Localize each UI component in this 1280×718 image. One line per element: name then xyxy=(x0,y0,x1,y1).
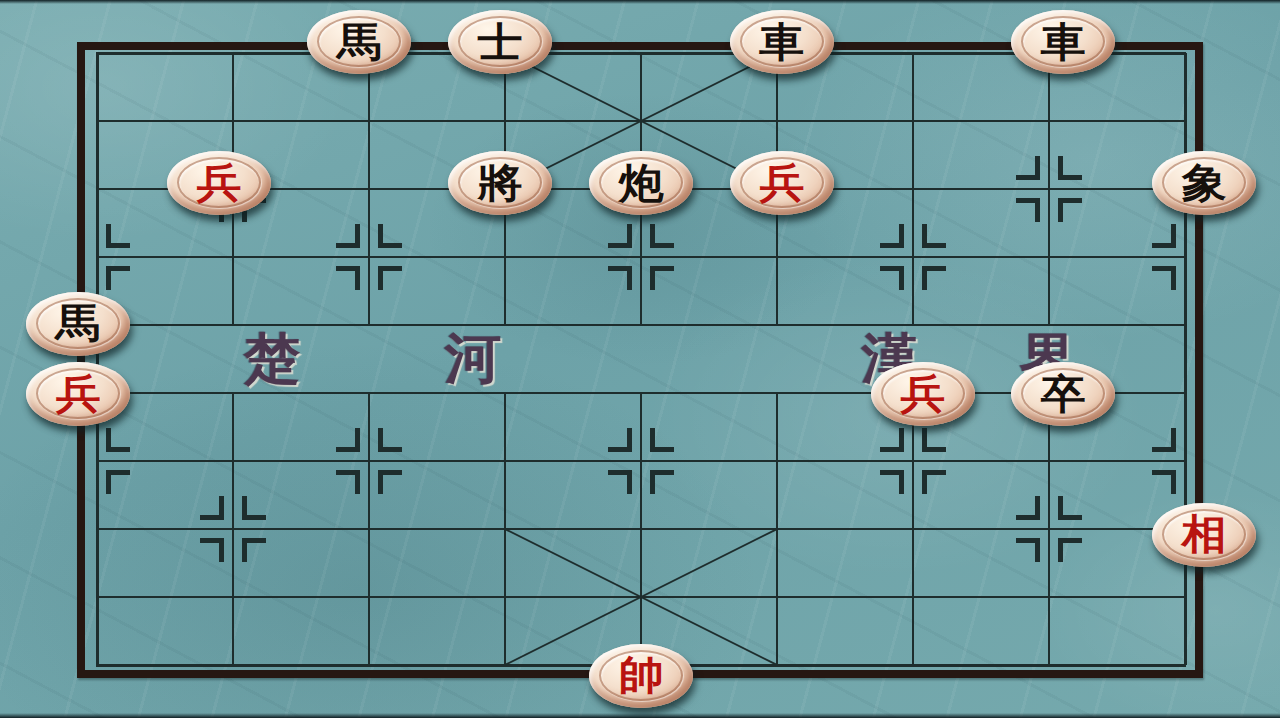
point-marker-corner xyxy=(880,266,904,290)
piece-character: 象 xyxy=(1182,162,1227,203)
point-marker-corner xyxy=(1152,428,1176,452)
point-marker-corner xyxy=(242,538,266,562)
point-marker-corner xyxy=(608,266,632,290)
black-advisor-piece[interactable]: 士 xyxy=(448,10,552,74)
grid-vline xyxy=(1184,53,1187,665)
piece-character: 兵 xyxy=(759,162,804,203)
point-marker-corner xyxy=(1058,496,1082,520)
point-marker-corner xyxy=(880,224,904,248)
point-marker-corner xyxy=(1016,156,1040,180)
point-marker-corner xyxy=(1152,470,1176,494)
point-marker-corner xyxy=(378,428,402,452)
point-marker-corner xyxy=(106,266,130,290)
point-marker-corner xyxy=(650,428,674,452)
point-marker-corner xyxy=(336,428,360,452)
piece-character: 帥 xyxy=(619,655,664,696)
point-marker-corner xyxy=(1152,266,1176,290)
point-marker-corner xyxy=(336,266,360,290)
point-marker-corner xyxy=(922,224,946,248)
point-marker-corner xyxy=(1058,538,1082,562)
black-soldier-piece[interactable]: 卒 xyxy=(1011,362,1115,426)
piece-character: 馬 xyxy=(337,21,382,62)
point-marker-corner xyxy=(608,224,632,248)
point-marker-corner xyxy=(106,470,130,494)
point-marker-corner xyxy=(608,428,632,452)
point-marker-corner xyxy=(880,428,904,452)
grid-vline xyxy=(1048,393,1050,665)
black-cannon-piece[interactable]: 炮 xyxy=(589,151,693,215)
piece-character: 兵 xyxy=(900,373,945,414)
grid-vline xyxy=(96,53,99,665)
point-marker-corner xyxy=(1152,224,1176,248)
red-soldier-piece[interactable]: 兵 xyxy=(730,151,834,215)
grid-vline xyxy=(232,393,234,665)
piece-character: 相 xyxy=(1182,514,1227,555)
screen-bottom-edge xyxy=(0,713,1280,718)
piece-character: 卒 xyxy=(1041,373,1086,414)
grid-vline xyxy=(912,53,914,325)
point-marker-corner xyxy=(1058,156,1082,180)
point-marker-corner xyxy=(650,470,674,494)
point-marker-corner xyxy=(1058,198,1082,222)
point-marker-corner xyxy=(106,428,130,452)
point-marker-corner xyxy=(1016,198,1040,222)
red-elephant-piece[interactable]: 相 xyxy=(1152,503,1256,567)
piece-character: 車 xyxy=(759,21,804,62)
point-marker-corner xyxy=(336,224,360,248)
xiangqi-board: 楚河漢界 馬士車車兵將炮兵象馬兵兵卒相帥 xyxy=(0,0,1280,718)
piece-character: 兵 xyxy=(55,373,100,414)
point-marker-corner xyxy=(650,224,674,248)
point-marker-corner xyxy=(1016,496,1040,520)
piece-character: 兵 xyxy=(196,162,241,203)
point-marker-corner xyxy=(922,470,946,494)
grid-vline xyxy=(1048,53,1050,325)
piece-character: 士 xyxy=(478,21,523,62)
point-marker-corner xyxy=(242,496,266,520)
grid-vline xyxy=(640,393,642,665)
point-marker-corner xyxy=(880,470,904,494)
point-marker-corner xyxy=(650,266,674,290)
black-chariot-piece[interactable]: 車 xyxy=(730,10,834,74)
red-soldier-piece[interactable]: 兵 xyxy=(871,362,975,426)
grid-vline xyxy=(912,393,914,665)
red-general-piece[interactable]: 帥 xyxy=(589,644,693,708)
piece-character: 將 xyxy=(478,162,523,203)
piece-character: 馬 xyxy=(55,303,100,344)
river-text-char: 楚 xyxy=(244,331,301,385)
black-horse-piece[interactable]: 馬 xyxy=(26,292,130,356)
point-marker-corner xyxy=(336,470,360,494)
point-marker-corner xyxy=(106,224,130,248)
point-marker-corner xyxy=(200,538,224,562)
point-marker-corner xyxy=(378,224,402,248)
point-marker-corner xyxy=(378,470,402,494)
screen-top-edge xyxy=(0,0,1280,4)
black-elephant-piece[interactable]: 象 xyxy=(1152,151,1256,215)
grid-vline xyxy=(368,393,370,665)
grid-vline xyxy=(368,53,370,325)
red-soldier-piece[interactable]: 兵 xyxy=(167,151,271,215)
red-soldier-piece[interactable]: 兵 xyxy=(26,362,130,426)
black-chariot-piece[interactable]: 車 xyxy=(1011,10,1115,74)
black-general-piece[interactable]: 將 xyxy=(448,151,552,215)
point-marker-corner xyxy=(200,496,224,520)
point-marker-corner xyxy=(608,470,632,494)
point-marker-corner xyxy=(1016,538,1040,562)
point-marker-corner xyxy=(378,266,402,290)
piece-character: 車 xyxy=(1041,21,1086,62)
river-text-char: 河 xyxy=(445,331,502,385)
point-marker-corner xyxy=(922,428,946,452)
point-marker-corner xyxy=(922,266,946,290)
piece-character: 炮 xyxy=(619,162,664,203)
